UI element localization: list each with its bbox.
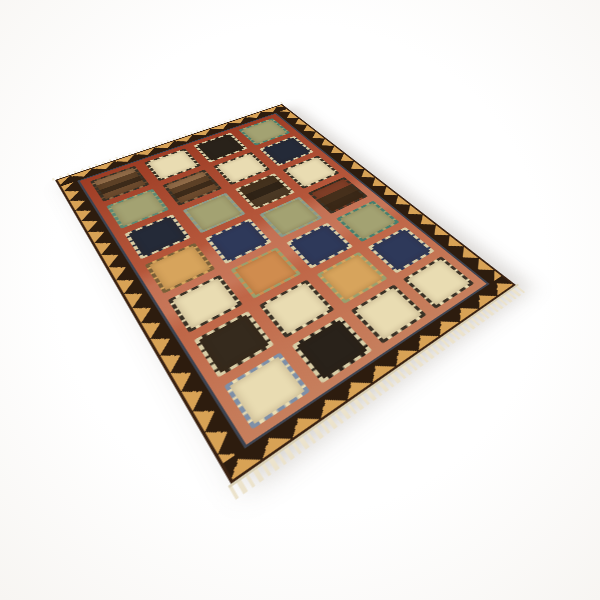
photo-canvas [0, 0, 600, 600]
rug [55, 104, 516, 484]
